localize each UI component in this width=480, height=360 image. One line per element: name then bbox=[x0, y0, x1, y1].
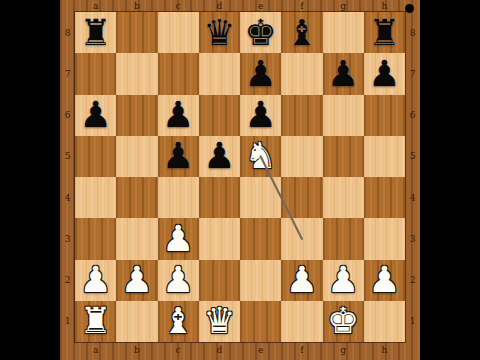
square-d5[interactable]: ♟ bbox=[199, 136, 240, 177]
piece-black-rook-h8[interactable]: ♜ bbox=[364, 12, 405, 53]
piece-white-pawn-c3[interactable]: ♟ bbox=[158, 218, 199, 259]
square-a5[interactable] bbox=[75, 136, 116, 177]
square-h3[interactable] bbox=[364, 218, 405, 259]
square-e8[interactable]: ♚ bbox=[240, 12, 281, 53]
square-e2[interactable] bbox=[240, 260, 281, 301]
square-d3[interactable] bbox=[199, 218, 240, 259]
piece-white-pawn-b2[interactable]: ♟ bbox=[116, 260, 157, 301]
square-b3[interactable] bbox=[116, 218, 157, 259]
file-label-top-f: f bbox=[281, 0, 322, 12]
square-f1[interactable] bbox=[281, 301, 322, 342]
square-h4[interactable] bbox=[364, 177, 405, 218]
piece-white-rook-a1[interactable]: ♜ bbox=[75, 301, 116, 342]
rank-label-left-5: 5 bbox=[60, 136, 75, 177]
square-h8[interactable]: ♜ bbox=[364, 12, 405, 53]
square-f3[interactable] bbox=[281, 218, 322, 259]
rank-label-left-8: 8 bbox=[60, 12, 75, 53]
piece-white-king-g1[interactable]: ♚ bbox=[323, 301, 364, 342]
square-b2[interactable]: ♟ bbox=[116, 260, 157, 301]
square-g8[interactable] bbox=[323, 12, 364, 53]
square-b1[interactable] bbox=[116, 301, 157, 342]
square-g4[interactable] bbox=[323, 177, 364, 218]
piece-black-rook-a8[interactable]: ♜ bbox=[75, 12, 116, 53]
square-h2[interactable]: ♟ bbox=[364, 260, 405, 301]
square-e4[interactable] bbox=[240, 177, 281, 218]
file-label-top-b: b bbox=[116, 0, 157, 12]
rank-label-right-4: 4 bbox=[405, 177, 420, 218]
square-g2[interactable]: ♟ bbox=[323, 260, 364, 301]
square-e5[interactable]: ♞ bbox=[240, 136, 281, 177]
square-e6[interactable]: ♟ bbox=[240, 95, 281, 136]
file-label-top-c: c bbox=[158, 0, 199, 12]
square-a1[interactable]: ♜ bbox=[75, 301, 116, 342]
square-d2[interactable] bbox=[199, 260, 240, 301]
rank-label-left-2: 2 bbox=[60, 260, 75, 301]
piece-white-pawn-c2[interactable]: ♟ bbox=[158, 260, 199, 301]
square-g7[interactable]: ♟ bbox=[323, 53, 364, 94]
piece-black-pawn-e7[interactable]: ♟ bbox=[240, 53, 281, 94]
square-c1[interactable]: ♝ bbox=[158, 301, 199, 342]
board-grid: ♜♛♚♝♜♟♟♟♟♟♟♟♟♞♟♟♟♟♟♟♟♜♝♛♚ bbox=[75, 12, 405, 342]
piece-black-pawn-d5[interactable]: ♟ bbox=[199, 136, 240, 177]
rank-label-right-2: 2 bbox=[405, 260, 420, 301]
square-f6[interactable] bbox=[281, 95, 322, 136]
square-c8[interactable] bbox=[158, 12, 199, 53]
rank-label-left-4: 4 bbox=[60, 177, 75, 218]
square-h6[interactable] bbox=[364, 95, 405, 136]
square-g1[interactable]: ♚ bbox=[323, 301, 364, 342]
square-g5[interactable] bbox=[323, 136, 364, 177]
piece-black-pawn-c5[interactable]: ♟ bbox=[158, 136, 199, 177]
piece-white-pawn-h2[interactable]: ♟ bbox=[364, 260, 405, 301]
file-label-top-e: e bbox=[240, 0, 281, 12]
square-a3[interactable] bbox=[75, 218, 116, 259]
file-label-bottom-f: f bbox=[281, 344, 322, 358]
piece-black-king-e8[interactable]: ♚ bbox=[240, 12, 281, 53]
square-b4[interactable] bbox=[116, 177, 157, 218]
square-a6[interactable]: ♟ bbox=[75, 95, 116, 136]
square-d4[interactable] bbox=[199, 177, 240, 218]
file-label-bottom-d: d bbox=[199, 344, 240, 358]
piece-white-queen-d1[interactable]: ♛ bbox=[199, 301, 240, 342]
square-e7[interactable]: ♟ bbox=[240, 53, 281, 94]
square-g6[interactable] bbox=[323, 95, 364, 136]
chessboard-frame: abcdefgh abcdefgh 87654321 87654321 ♜♛♚♝… bbox=[60, 0, 420, 360]
square-f8[interactable]: ♝ bbox=[281, 12, 322, 53]
square-g3[interactable] bbox=[323, 218, 364, 259]
rank-label-right-7: 7 bbox=[405, 53, 420, 94]
square-c4[interactable] bbox=[158, 177, 199, 218]
piece-white-pawn-g2[interactable]: ♟ bbox=[323, 260, 364, 301]
square-h1[interactable] bbox=[364, 301, 405, 342]
square-d1[interactable]: ♛ bbox=[199, 301, 240, 342]
file-labels-bottom: abcdefgh bbox=[75, 344, 405, 358]
square-a7[interactable] bbox=[75, 53, 116, 94]
square-f2[interactable]: ♟ bbox=[281, 260, 322, 301]
square-d8[interactable]: ♛ bbox=[199, 12, 240, 53]
square-f4[interactable] bbox=[281, 177, 322, 218]
square-f5[interactable] bbox=[281, 136, 322, 177]
piece-white-pawn-f2[interactable]: ♟ bbox=[281, 260, 322, 301]
piece-white-bishop-c1[interactable]: ♝ bbox=[158, 301, 199, 342]
piece-black-pawn-g7[interactable]: ♟ bbox=[323, 53, 364, 94]
square-e1[interactable] bbox=[240, 301, 281, 342]
square-e3[interactable] bbox=[240, 218, 281, 259]
square-c6[interactable]: ♟ bbox=[158, 95, 199, 136]
square-d6[interactable] bbox=[199, 95, 240, 136]
file-label-top-g: g bbox=[323, 0, 364, 12]
file-label-bottom-c: c bbox=[158, 344, 199, 358]
file-label-top-d: d bbox=[199, 0, 240, 12]
file-label-bottom-b: b bbox=[116, 344, 157, 358]
rank-label-right-6: 6 bbox=[405, 95, 420, 136]
rank-label-right-8: 8 bbox=[405, 12, 420, 53]
file-label-bottom-a: a bbox=[75, 344, 116, 358]
rank-labels-right: 87654321 bbox=[405, 12, 420, 342]
file-label-bottom-g: g bbox=[323, 344, 364, 358]
square-a2[interactable]: ♟ bbox=[75, 260, 116, 301]
piece-black-pawn-e6[interactable]: ♟ bbox=[240, 95, 281, 136]
square-h7[interactable]: ♟ bbox=[364, 53, 405, 94]
screenshot-stage: abcdefgh abcdefgh 87654321 87654321 ♜♛♚♝… bbox=[0, 0, 480, 360]
file-labels-top: abcdefgh bbox=[75, 0, 405, 12]
piece-black-bishop-f8[interactable]: ♝ bbox=[281, 12, 322, 53]
square-a4[interactable] bbox=[75, 177, 116, 218]
rank-label-right-5: 5 bbox=[405, 136, 420, 177]
square-c3[interactable]: ♟ bbox=[158, 218, 199, 259]
piece-black-pawn-h7[interactable]: ♟ bbox=[364, 53, 405, 94]
file-label-top-h: h bbox=[364, 0, 405, 12]
square-c5[interactable]: ♟ bbox=[158, 136, 199, 177]
rank-label-right-3: 3 bbox=[405, 218, 420, 259]
piece-white-pawn-a2[interactable]: ♟ bbox=[75, 260, 116, 301]
piece-black-pawn-a6[interactable]: ♟ bbox=[75, 95, 116, 136]
black-to-move-indicator bbox=[405, 4, 414, 13]
square-c7[interactable] bbox=[158, 53, 199, 94]
piece-black-queen-d8[interactable]: ♛ bbox=[199, 12, 240, 53]
piece-black-pawn-c6[interactable]: ♟ bbox=[158, 95, 199, 136]
square-h5[interactable] bbox=[364, 136, 405, 177]
rank-label-left-1: 1 bbox=[60, 301, 75, 342]
file-label-bottom-h: h bbox=[364, 344, 405, 358]
square-b6[interactable] bbox=[116, 95, 157, 136]
square-b5[interactable] bbox=[116, 136, 157, 177]
square-a8[interactable]: ♜ bbox=[75, 12, 116, 53]
square-d7[interactable] bbox=[199, 53, 240, 94]
rank-labels-left: 87654321 bbox=[60, 12, 75, 342]
rank-label-left-3: 3 bbox=[60, 218, 75, 259]
square-b8[interactable] bbox=[116, 12, 157, 53]
piece-white-knight-e5[interactable]: ♞ bbox=[240, 136, 281, 177]
square-c2[interactable]: ♟ bbox=[158, 260, 199, 301]
file-label-top-a: a bbox=[75, 0, 116, 12]
square-b7[interactable] bbox=[116, 53, 157, 94]
rank-label-left-6: 6 bbox=[60, 95, 75, 136]
rank-label-right-1: 1 bbox=[405, 301, 420, 342]
rank-label-left-7: 7 bbox=[60, 53, 75, 94]
square-f7[interactable] bbox=[281, 53, 322, 94]
file-label-bottom-e: e bbox=[240, 344, 281, 358]
